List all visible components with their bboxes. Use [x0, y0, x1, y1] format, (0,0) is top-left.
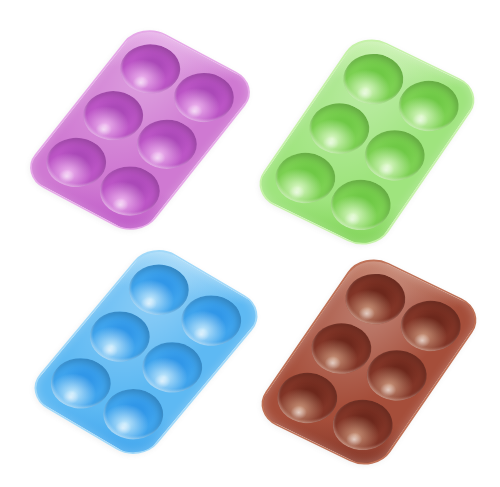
silicone-mold-green [249, 30, 486, 253]
silicone-mold-blue [23, 240, 269, 464]
product-photo [0, 0, 500, 487]
silicone-mold-brown [251, 250, 488, 473]
silicone-mold-purple [19, 21, 262, 239]
